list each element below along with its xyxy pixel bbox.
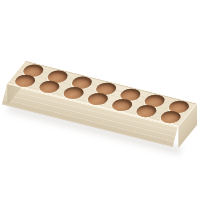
mancala-board (0, 0, 210, 210)
photo-background (0, 0, 210, 210)
